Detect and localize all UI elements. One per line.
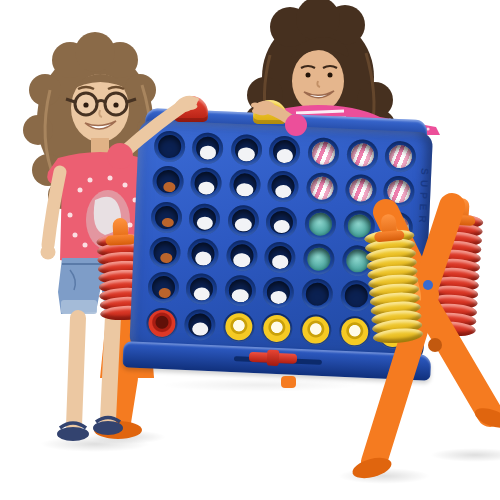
hole-interior [350,143,374,167]
left-girl-raised-arm [100,88,210,168]
hole [267,171,299,203]
board-cell-r6c1 [142,305,182,342]
right-girl-finger [252,109,260,114]
hole-interior [268,246,292,270]
release-slider [249,352,297,364]
hole-interior [305,283,329,307]
board-cell-r6c2 [180,306,220,343]
board-cell-r4c2 [183,236,223,273]
hole-interior [312,141,336,165]
board-cell-r3c4 [262,204,302,241]
hole [226,240,258,272]
board-cell-r3c3 [223,202,263,239]
hole [263,277,295,309]
board-cell-r5c5 [297,276,337,313]
right-stand-right-strut [422,206,490,414]
board-cell-r5c2 [182,271,222,308]
hole [224,275,256,307]
right-stand-hole-top [423,280,433,290]
hole [149,236,181,268]
right-girl-finger [251,103,259,108]
hole [266,206,298,238]
board-cell-r1c7 [381,138,421,175]
disc-yellow [263,314,291,342]
hole [229,169,261,201]
hole [147,272,179,304]
board-cell-r5c1 [143,269,183,306]
left-girl-sleeve [107,143,133,169]
hole-interior [154,205,178,229]
hole [190,168,222,200]
hole-interior [153,241,177,265]
hole-interior [231,209,255,233]
board-cell-r2c4 [263,169,303,206]
board-cell-r4c3 [222,237,262,274]
left-girl-forearm [122,108,180,154]
disc-yellow [225,312,253,340]
hole [189,203,221,235]
hole-interior [307,247,331,271]
board-cell-r2c1 [148,164,188,201]
disc-yellow [302,316,330,344]
hole-interior [308,212,332,236]
stand-knob [281,376,296,388]
scene: SUPER [0,0,500,500]
hole [300,314,332,346]
right-stand-hole-mid [428,338,442,352]
right-girl-arm [230,85,310,145]
board-cell-r4c4 [260,239,300,276]
hole-interior [230,244,254,268]
hole [304,208,336,240]
hole [152,166,184,198]
left-girl-left-hand [41,245,56,260]
right-girl-sleeve [285,114,307,136]
hole-interior [191,242,215,266]
board-cell-r3c5 [300,206,340,243]
hole-interior [267,281,291,305]
hole-interior [233,173,257,197]
board-cell-r2c3 [225,167,265,204]
board-cell-r3c1 [146,199,186,236]
hole [384,141,416,173]
hole-interior [188,313,212,337]
hole [346,139,378,171]
board-cell-r3c2 [185,200,225,237]
hole-interior [389,145,413,169]
hole [186,273,218,305]
hole-interior [193,207,217,231]
hole-interior [228,279,252,303]
post-collar [105,234,135,246]
board-cell-r4c1 [145,234,185,271]
hole-interior [271,175,295,199]
hole [303,243,335,275]
hole [187,238,219,270]
hole [223,310,255,342]
board-cell-r6c3 [219,308,259,345]
board-cell-r4c5 [299,241,339,278]
hole [307,137,339,169]
hole [306,173,338,205]
hole-interior [190,278,214,302]
hole-interior [194,172,218,196]
board-cell-r2c5 [302,170,342,207]
disc-red [148,309,176,337]
board-cell-r2c2 [186,165,226,202]
board-cell-r5c3 [220,273,260,310]
hole [301,278,333,310]
board-cell-r6c4 [257,310,297,347]
hole [184,309,216,341]
hole-interior [156,170,180,194]
board-cell-r6c5 [296,311,336,348]
hole [146,307,178,339]
left-girl-legs [74,316,113,426]
hole-interior [310,177,334,201]
hole-interior [270,210,294,234]
hole-interior [151,276,175,300]
board-cell-r1c6 [342,137,382,174]
hole [261,312,293,344]
hole [227,204,259,236]
hole [150,201,182,233]
hole [264,241,296,273]
board-cell-r5c4 [259,274,299,311]
